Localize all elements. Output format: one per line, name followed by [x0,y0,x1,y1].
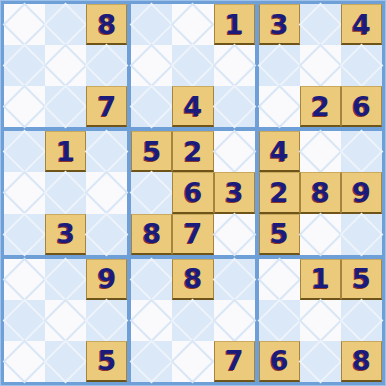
cell-r5c5: 6 [172,172,213,213]
diamond-pattern [44,44,88,88]
given-digit: 8 [184,265,203,292]
cell-r7c5: 8 [172,259,213,300]
diamond-pattern [85,44,129,88]
cell-r2c7[interactable] [259,45,300,86]
cell-r3c3: 7 [86,86,127,127]
diamond-pattern [85,171,129,215]
cell-r8c1[interactable] [4,300,45,341]
cell-r2c3[interactable] [86,45,127,86]
cell-r1c8[interactable] [300,4,341,45]
diamond-pattern [212,212,256,256]
given-digit: 8 [142,220,161,247]
cell-r3c7[interactable] [259,86,300,127]
cell-r5c9: 9 [341,172,382,213]
cell-r5c8: 8 [300,172,341,213]
diamond-pattern [171,44,215,88]
cell-r2c8[interactable] [300,45,341,86]
cell-r6c4: 8 [131,214,172,255]
given-digit: 7 [225,347,244,374]
box-r2c1: 87 [131,259,254,382]
cell-r4c2: 1 [45,131,86,172]
diamond-pattern [257,257,301,301]
given-digit: 1 [311,265,330,292]
cell-r5c4[interactable] [131,172,172,213]
cell-r4c7: 4 [259,131,300,172]
cell-r1c3: 8 [86,4,127,45]
diamond-pattern [3,44,47,88]
cell-r3c8: 2 [300,86,341,127]
diamond-pattern [130,257,174,301]
cell-r2c9[interactable] [341,45,382,86]
diamond-pattern [130,85,174,129]
cell-r2c2[interactable] [45,45,86,86]
cell-r6c7: 5 [259,214,300,255]
given-digit: 9 [97,265,116,292]
cell-r4c1[interactable] [4,131,45,172]
box-r2c0: 95 [4,259,127,382]
diamond-pattern [3,130,47,174]
cell-r4c6[interactable] [214,131,255,172]
given-digit: 6 [184,179,203,206]
cell-r2c4[interactable] [131,45,172,86]
given-digit: 3 [225,179,244,206]
given-digit: 5 [97,347,116,374]
diamond-pattern [257,85,301,129]
cell-r9c3: 5 [86,341,127,382]
given-digit: 4 [270,138,289,165]
cell-r6c2: 3 [45,214,86,255]
cell-r6c3[interactable] [86,214,127,255]
given-digit: 5 [352,265,371,292]
sudoku-grid: 87143426135263874289595871568 [1,1,385,385]
diamond-pattern [298,298,342,342]
diamond-pattern [44,171,88,215]
given-digit: 7 [184,220,203,247]
given-digit: 5 [270,220,289,247]
cell-r2c5[interactable] [172,45,213,86]
given-digit: 6 [270,347,289,374]
diamond-pattern [212,130,256,174]
given-digit: 8 [97,11,116,38]
cell-r5c6: 3 [214,172,255,213]
cell-r3c1[interactable] [4,86,45,127]
cell-r7c8: 1 [300,259,341,300]
diamond-pattern [3,257,47,301]
box-r1c0: 13 [4,131,127,254]
given-digit: 8 [311,179,330,206]
cell-r8c6[interactable] [214,300,255,341]
cell-r9c1[interactable] [4,341,45,382]
cell-r3c4[interactable] [131,86,172,127]
diamond-pattern [257,298,301,342]
diamond-pattern [130,340,174,384]
diamond-pattern [212,44,256,88]
diamond-pattern [171,340,215,384]
cell-r9c8[interactable] [300,341,341,382]
cell-r5c1[interactable] [4,172,45,213]
cell-r7c1[interactable] [4,259,45,300]
cell-r4c8[interactable] [300,131,341,172]
box-r1c1: 526387 [131,131,254,254]
given-digit: 6 [352,93,371,120]
diamond-pattern [44,3,88,47]
diamond-pattern [44,298,88,342]
given-digit: 8 [352,347,371,374]
cell-r8c4[interactable] [131,300,172,341]
diamond-pattern [3,340,47,384]
cell-r3c5: 4 [172,86,213,127]
given-digit: 5 [142,138,161,165]
cell-r1c6: 1 [214,4,255,45]
sudoku-board: 87143426135263874289595871568 [0,0,386,386]
cell-r9c6: 7 [214,341,255,382]
cell-r8c2[interactable] [45,300,86,341]
given-digit: 2 [184,138,203,165]
diamond-pattern [130,44,174,88]
cell-r1c1[interactable] [4,4,45,45]
diamond-pattern [85,130,129,174]
cell-r1c4[interactable] [131,4,172,45]
diamond-pattern [340,44,384,88]
given-digit: 2 [270,179,289,206]
diamond-pattern [3,212,47,256]
diamond-pattern [85,212,129,256]
given-digit: 1 [56,138,75,165]
given-digit: 3 [56,220,75,247]
given-digit: 7 [97,93,116,120]
cell-r8c7[interactable] [259,300,300,341]
diamond-pattern [212,85,256,129]
diamond-pattern [130,171,174,215]
cell-r8c5[interactable] [172,300,213,341]
cell-r6c5: 7 [172,214,213,255]
box-r0c0: 87 [4,4,127,127]
cell-r6c6[interactable] [214,214,255,255]
diamond-pattern [298,44,342,88]
box-r1c2: 42895 [259,131,382,254]
cell-r1c7: 3 [259,4,300,45]
diamond-pattern [3,298,47,342]
diamond-pattern [130,3,174,47]
diamond-pattern [44,85,88,129]
diamond-pattern [171,3,215,47]
diamond-pattern [340,298,384,342]
cell-r2c1[interactable] [4,45,45,86]
diamond-pattern [3,171,47,215]
cell-r7c6[interactable] [214,259,255,300]
cell-r9c7: 6 [259,341,300,382]
diamond-pattern [298,130,342,174]
cell-r1c5[interactable] [172,4,213,45]
cell-r6c1[interactable] [4,214,45,255]
diamond-pattern [212,257,256,301]
cell-r6c9[interactable] [341,214,382,255]
cell-r7c4[interactable] [131,259,172,300]
diamond-pattern [85,298,129,342]
diamond-pattern [3,3,47,47]
diamond-pattern [257,44,301,88]
cell-r9c9: 8 [341,341,382,382]
cell-r5c2[interactable] [45,172,86,213]
diamond-pattern [130,298,174,342]
cell-r1c2[interactable] [45,4,86,45]
cell-r4c4: 5 [131,131,172,172]
diamond-pattern [298,3,342,47]
diamond-pattern [340,212,384,256]
diamond-pattern [44,340,88,384]
cell-r9c4[interactable] [131,341,172,382]
diamond-pattern [340,130,384,174]
cell-r1c9: 4 [341,4,382,45]
diamond-pattern [171,298,215,342]
cell-r3c2[interactable] [45,86,86,127]
cell-r5c7: 2 [259,172,300,213]
box-r0c2: 3426 [259,4,382,127]
cell-r7c7[interactable] [259,259,300,300]
given-digit: 3 [270,11,289,38]
cell-r3c9: 6 [341,86,382,127]
cell-r4c5: 2 [172,131,213,172]
box-r0c1: 14 [131,4,254,127]
given-digit: 2 [311,93,330,120]
diamond-pattern [298,340,342,384]
cell-r8c3[interactable] [86,300,127,341]
cell-r5c3[interactable] [86,172,127,213]
cell-r9c2[interactable] [45,341,86,382]
cell-r3c6[interactable] [214,86,255,127]
cell-r4c9[interactable] [341,131,382,172]
diamond-pattern [298,212,342,256]
cell-r7c2[interactable] [45,259,86,300]
diamond-pattern [3,85,47,129]
cell-r2c6[interactable] [214,45,255,86]
given-digit: 4 [352,11,371,38]
cell-r8c8[interactable] [300,300,341,341]
cell-r7c9: 5 [341,259,382,300]
box-r2c2: 1568 [259,259,382,382]
diamond-pattern [212,298,256,342]
cell-r7c3: 9 [86,259,127,300]
diamond-pattern [44,257,88,301]
cell-r4c3[interactable] [86,131,127,172]
cell-r8c9[interactable] [341,300,382,341]
given-digit: 1 [225,11,244,38]
cell-r9c5[interactable] [172,341,213,382]
given-digit: 4 [184,93,203,120]
cell-r6c8[interactable] [300,214,341,255]
given-digit: 9 [352,179,371,206]
